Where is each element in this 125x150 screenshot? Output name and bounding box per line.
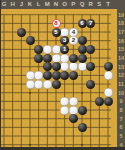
stone-L12 [34, 71, 43, 80]
hoshi-K4 [29, 144, 31, 146]
move-number: 7 [89, 19, 92, 28]
stone-Q8 [78, 106, 87, 115]
stone-P14 [69, 54, 78, 63]
stone-T12 [104, 71, 113, 80]
col-label-P: P [71, 1, 75, 8]
stone-S9 [95, 97, 104, 106]
row-label-10: 10 [117, 90, 125, 96]
stone-M13 [43, 62, 52, 71]
col-label-R: R [88, 1, 92, 8]
stone-L14 [34, 54, 43, 63]
stone-N12 [52, 71, 61, 80]
row-coordinate-ruler: 19181716151413121110987654 [117, 9, 125, 150]
stone-R15 [86, 45, 95, 54]
stone-M11 [43, 80, 52, 89]
row-label-19: 19 [117, 12, 125, 18]
stone-O15: 1 [60, 45, 69, 54]
move-number: 8 [54, 19, 57, 28]
stone-N13 [52, 62, 61, 71]
stone-M15 [43, 45, 52, 54]
hoshi-K10 [29, 92, 31, 94]
stone-Q15 [78, 45, 87, 54]
stone-Q18: 6 [78, 19, 87, 28]
move-number: 6 [80, 19, 83, 28]
col-label-K: K [28, 1, 32, 8]
stone-N18: 8 [52, 19, 61, 28]
stone-R18: 7 [86, 19, 95, 28]
stone-R11 [86, 80, 95, 89]
stone-N17: 5 [52, 28, 61, 37]
column-coordinate-ruler: GHJKLMNOPQRST [0, 0, 125, 9]
col-label-S: S [97, 1, 101, 8]
stone-L15 [34, 45, 43, 54]
stone-K12 [26, 71, 35, 80]
col-label-O: O [62, 1, 67, 8]
move-number: 1 [63, 45, 66, 54]
col-label-J: J [20, 1, 23, 8]
col-label-G: G [2, 1, 7, 8]
stone-P16: 2 [69, 36, 78, 45]
stone-Q6 [78, 123, 87, 132]
row-label-11: 11 [117, 81, 125, 87]
stone-O17 [60, 28, 69, 37]
hoshi-Q4 [81, 144, 83, 146]
stone-T10 [104, 88, 113, 97]
row-label-9: 9 [117, 98, 125, 104]
row-label-16: 16 [117, 38, 125, 44]
move-number: 5 [54, 28, 57, 37]
stone-Q16 [78, 36, 87, 45]
row-label-5: 5 [117, 133, 125, 139]
row-label-18: 18 [117, 20, 125, 26]
stone-N11 [52, 80, 61, 89]
row-label-7: 7 [117, 116, 125, 122]
stone-M14 [43, 54, 52, 63]
stone-P9 [69, 97, 78, 106]
col-label-H: H [10, 1, 14, 8]
stone-K11 [26, 80, 35, 89]
move-number: 3 [63, 36, 66, 45]
stone-N15 [52, 45, 61, 54]
stone-Q14 [78, 54, 87, 63]
stone-P8 [69, 106, 78, 115]
move-number: 4 [72, 28, 75, 37]
row-label-14: 14 [117, 55, 125, 61]
col-label-T: T [106, 1, 110, 8]
row-label-15: 15 [117, 46, 125, 52]
col-label-M: M [45, 1, 50, 8]
row-label-6: 6 [117, 124, 125, 130]
row-label-17: 17 [117, 29, 125, 35]
col-label-L: L [37, 1, 41, 8]
col-label-N: N [54, 1, 58, 8]
stone-L11 [34, 80, 43, 89]
stone-M12 [43, 71, 52, 80]
stone-P13 [69, 62, 78, 71]
stone-J17 [17, 28, 26, 37]
stone-T9 [104, 97, 113, 106]
col-label-Q: Q [80, 1, 85, 8]
row-label-8: 8 [117, 107, 125, 113]
stone-Q13 [78, 62, 87, 71]
move-number: 2 [72, 36, 75, 45]
stone-P12 [69, 71, 78, 80]
stone-K16 [26, 36, 35, 45]
board-bottom-edge [0, 147, 125, 150]
row-label-13: 13 [117, 64, 125, 70]
stone-O14 [60, 54, 69, 63]
stone-P7 [69, 114, 78, 123]
stone-O12 [60, 71, 69, 80]
stone-N14 [52, 54, 61, 63]
stone-O8 [60, 106, 69, 115]
board-left-edge [0, 0, 1, 150]
hoshi-Q10 [81, 92, 83, 94]
row-label-12: 12 [117, 72, 125, 78]
stone-T13 [104, 62, 113, 71]
go-board[interactable]: 84267531 [0, 9, 117, 150]
stone-P17: 4 [69, 28, 78, 37]
go-diagram: GHJKLMNOPQRST 19181716151413121110987654… [0, 0, 125, 150]
stone-O9 [60, 97, 69, 106]
